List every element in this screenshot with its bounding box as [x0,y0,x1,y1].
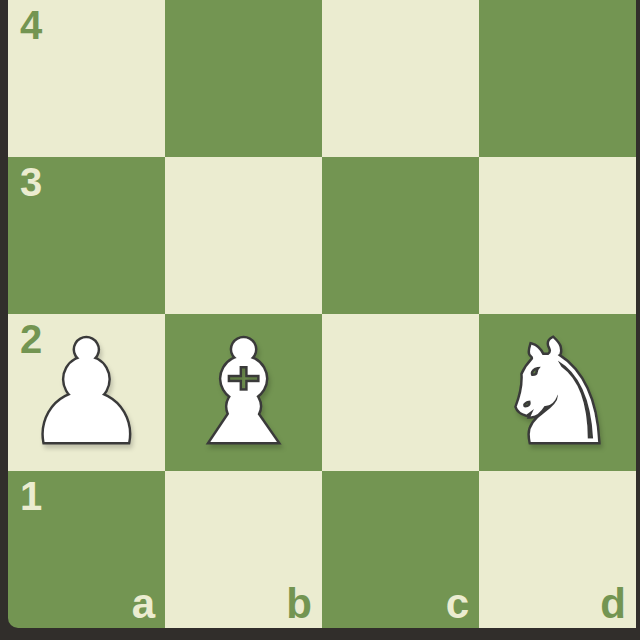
square-d1[interactable]: d [479,471,636,628]
square-d4[interactable] [479,0,636,157]
square-b1[interactable]: b [165,471,322,628]
square-b4[interactable] [165,0,322,157]
white-pawn-piece[interactable]: ♟ [8,314,165,471]
square-d2[interactable]: ♞ [479,314,636,471]
square-a3[interactable]: 3 [8,157,165,314]
square-a2[interactable]: 2♟ [8,314,165,471]
square-c3[interactable] [322,157,479,314]
rank-label-3: 3 [20,162,42,202]
square-a1[interactable]: 1a [8,471,165,628]
square-d3[interactable] [479,157,636,314]
square-b2[interactable]: ♝ [165,314,322,471]
square-c2[interactable] [322,314,479,471]
white-knight-piece[interactable]: ♞ [479,314,636,471]
square-c1[interactable]: c [322,471,479,628]
rank-label-1: 1 [20,476,42,516]
file-label-a: a [132,583,155,625]
file-label-b: b [286,583,312,625]
page-background: 432♟♝♞1abcd [0,0,640,640]
square-c4[interactable] [322,0,479,157]
white-bishop-piece[interactable]: ♝ [165,314,322,471]
square-b3[interactable] [165,157,322,314]
square-a4[interactable]: 4 [8,0,165,157]
rank-label-4: 4 [20,5,42,45]
file-label-d: d [600,583,626,625]
file-label-c: c [446,583,469,625]
chess-board[interactable]: 432♟♝♞1abcd [8,0,636,628]
